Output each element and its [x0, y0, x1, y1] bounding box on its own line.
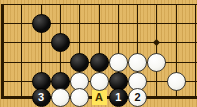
white-stone[interactable] [90, 72, 109, 91]
black-stone[interactable]: 3 [32, 88, 51, 107]
star-point [153, 39, 160, 46]
stone-move-number: 1 [115, 92, 121, 103]
go-board: A312 [0, 0, 197, 107]
stone-move-number: 2 [135, 92, 141, 103]
black-stone[interactable] [90, 53, 109, 72]
stone-move-number: 3 [38, 92, 44, 103]
grid-line-horizontal [1, 4, 197, 5]
grid-line-vertical [156, 4, 157, 99]
board-left-edge-line [1, 4, 4, 99]
grid-line-horizontal [1, 42, 197, 43]
black-stone[interactable] [51, 33, 70, 52]
black-stone[interactable] [32, 14, 51, 33]
point-label-text: A [95, 92, 103, 103]
white-stone[interactable] [147, 53, 166, 72]
point-label-marker[interactable]: A [92, 90, 107, 105]
grid-line-vertical [21, 4, 22, 99]
white-stone[interactable] [167, 72, 186, 91]
white-stone[interactable] [128, 53, 147, 72]
white-stone[interactable] [70, 88, 89, 107]
grid-line-horizontal [1, 23, 197, 24]
white-stone[interactable] [109, 53, 128, 72]
black-stone[interactable] [70, 53, 89, 72]
white-stone[interactable] [51, 88, 70, 107]
grid-line-vertical [195, 4, 196, 99]
white-stone[interactable]: 2 [128, 88, 147, 107]
black-stone[interactable]: 1 [109, 88, 128, 107]
